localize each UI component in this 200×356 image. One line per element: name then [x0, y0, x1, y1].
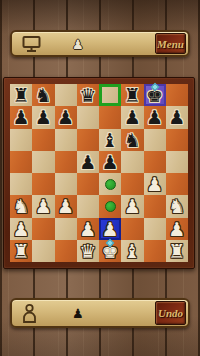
piece-black-pawn: ♟ — [35, 106, 52, 128]
legal-move-dot — [105, 179, 116, 190]
piece-white-king: ♚ — [102, 240, 119, 262]
piece-black-rook: ♜ — [124, 84, 141, 106]
square-g7[interactable]: ♟ — [144, 106, 166, 128]
square-d1[interactable]: ♛ — [77, 240, 99, 262]
square-f3[interactable]: ♟ — [121, 195, 143, 217]
square-d5[interactable]: ♟ — [77, 151, 99, 173]
piece-black-pawn: ♟ — [79, 151, 96, 173]
square-c6[interactable] — [55, 129, 77, 151]
legal-move-dot — [105, 201, 116, 212]
square-e3[interactable] — [99, 195, 121, 217]
square-c1[interactable] — [55, 240, 77, 262]
square-e2[interactable]: ♟ — [99, 218, 121, 240]
square-h6[interactable] — [166, 129, 188, 151]
square-d6[interactable] — [77, 129, 99, 151]
square-c8[interactable] — [55, 84, 77, 106]
square-g8[interactable]: ♚ — [144, 84, 166, 106]
piece-white-knight: ♞ — [13, 195, 30, 217]
piece-black-pawn: ♟ — [146, 106, 163, 128]
square-h7[interactable]: ♟ — [166, 106, 188, 128]
square-h3[interactable]: ♞ — [166, 195, 188, 217]
square-c5[interactable] — [55, 151, 77, 173]
board-frame: ♜♞♛♜♚♟♟♟♟♟♟♝♞♟♟♟♞♟♟♟♞♟♟♟♟♜♛♚♝♜ — [3, 77, 195, 269]
piece-white-pawn: ♟ — [57, 195, 74, 217]
square-e4[interactable] — [99, 173, 121, 195]
square-c4[interactable] — [55, 173, 77, 195]
piece-black-pawn: ♟ — [57, 106, 74, 128]
square-a5[interactable] — [10, 151, 32, 173]
white-pawn-icon: ♟ — [72, 37, 84, 50]
square-f5[interactable] — [121, 151, 143, 173]
square-a3[interactable]: ♞ — [10, 195, 32, 217]
square-d4[interactable] — [77, 173, 99, 195]
square-b4[interactable] — [32, 173, 54, 195]
square-d2[interactable]: ♟ — [77, 218, 99, 240]
square-g4[interactable]: ♟ — [144, 173, 166, 195]
square-h5[interactable] — [166, 151, 188, 173]
piece-black-king: ♚ — [146, 84, 163, 106]
square-b5[interactable] — [32, 151, 54, 173]
piece-white-pawn: ♟ — [146, 173, 163, 195]
piece-white-pawn: ♟ — [124, 195, 141, 217]
piece-white-pawn: ♟ — [79, 218, 96, 240]
square-h2[interactable]: ♟ — [166, 218, 188, 240]
piece-black-knight: ♞ — [35, 84, 52, 106]
square-e1[interactable]: ♚ — [99, 240, 121, 262]
square-c3[interactable]: ♟ — [55, 195, 77, 217]
piece-white-pawn: ♟ — [13, 218, 30, 240]
square-e5[interactable]: ♟ — [99, 151, 121, 173]
piece-white-queen: ♛ — [79, 240, 96, 262]
piece-white-rook: ♜ — [168, 240, 185, 262]
opponent-bar: ♟ Menu — [10, 30, 190, 57]
piece-black-bishop: ♝ — [102, 129, 119, 151]
chess-app-screen: ♟ Menu ♜♞♛♜♚♟♟♟♟♟♟♝♞♟♟♟♞♟♟♟♞♟♟♟♟♜♛♚♝♜ ♟ … — [0, 0, 200, 356]
square-a6[interactable] — [10, 129, 32, 151]
square-f6[interactable]: ♞ — [121, 129, 143, 151]
black-pawn-icon: ♟ — [72, 307, 84, 320]
square-e7[interactable] — [99, 106, 121, 128]
square-f8[interactable]: ♜ — [121, 84, 143, 106]
piece-white-pawn: ♟ — [102, 218, 119, 240]
piece-black-pawn: ♟ — [168, 106, 185, 128]
square-h1[interactable]: ♜ — [166, 240, 188, 262]
square-d3[interactable] — [77, 195, 99, 217]
square-a7[interactable]: ♟ — [10, 106, 32, 128]
square-e6[interactable]: ♝ — [99, 129, 121, 151]
square-a8[interactable]: ♜ — [10, 84, 32, 106]
square-d7[interactable] — [77, 106, 99, 128]
square-g3[interactable] — [144, 195, 166, 217]
square-e8[interactable] — [99, 84, 121, 106]
square-a4[interactable] — [10, 173, 32, 195]
piece-white-pawn: ♟ — [168, 218, 185, 240]
square-b1[interactable] — [32, 240, 54, 262]
king-gem-icon — [150, 83, 158, 91]
square-a1[interactable]: ♜ — [10, 240, 32, 262]
computer-monitor-icon — [22, 35, 41, 52]
piece-white-knight: ♞ — [168, 195, 185, 217]
square-h4[interactable] — [166, 173, 188, 195]
piece-black-pawn: ♟ — [102, 151, 119, 173]
square-g5[interactable] — [144, 151, 166, 173]
square-b6[interactable] — [32, 129, 54, 151]
square-g2[interactable] — [144, 218, 166, 240]
chess-board: ♜♞♛♜♚♟♟♟♟♟♟♝♞♟♟♟♞♟♟♟♞♟♟♟♟♜♛♚♝♜ — [10, 84, 188, 262]
piece-white-bishop: ♝ — [124, 240, 141, 262]
square-f1[interactable]: ♝ — [121, 240, 143, 262]
square-c7[interactable]: ♟ — [55, 106, 77, 128]
square-f7[interactable]: ♟ — [121, 106, 143, 128]
piece-black-pawn: ♟ — [124, 106, 141, 128]
piece-black-pawn: ♟ — [13, 106, 30, 128]
square-f4[interactable] — [121, 173, 143, 195]
square-b2[interactable] — [32, 218, 54, 240]
square-g1[interactable] — [144, 240, 166, 262]
player-bar: ♟ Undo — [10, 298, 190, 328]
square-b3[interactable]: ♟ — [32, 195, 54, 217]
square-b8[interactable]: ♞ — [32, 84, 54, 106]
square-a2[interactable]: ♟ — [10, 218, 32, 240]
king-gem-icon — [106, 239, 114, 247]
undo-button[interactable]: Undo — [155, 301, 186, 325]
piece-white-rook: ♜ — [13, 240, 30, 262]
square-d8[interactable]: ♛ — [77, 84, 99, 106]
piece-black-queen: ♛ — [79, 84, 96, 106]
square-g6[interactable] — [144, 129, 166, 151]
menu-button[interactable]: Menu — [155, 33, 186, 54]
square-c2[interactable] — [55, 218, 77, 240]
square-b7[interactable]: ♟ — [32, 106, 54, 128]
square-h8[interactable] — [166, 84, 188, 106]
piece-black-rook: ♜ — [13, 84, 30, 106]
piece-white-pawn: ♟ — [35, 195, 52, 217]
piece-black-knight: ♞ — [124, 129, 141, 151]
person-icon — [22, 303, 37, 323]
square-f2[interactable] — [121, 218, 143, 240]
